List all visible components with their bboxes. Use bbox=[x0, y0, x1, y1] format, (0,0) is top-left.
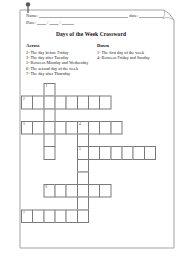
clue-item: 7- The day after Thursday bbox=[26, 71, 101, 76]
name-row: Name: date: bbox=[26, 13, 163, 18]
grid-cell[interactable] bbox=[99, 96, 112, 110]
clue-number: 5 bbox=[79, 147, 81, 151]
down-heading: Down bbox=[97, 43, 172, 48]
date-slash: / bbox=[60, 20, 61, 25]
crossword-grid: 1234567 bbox=[21, 83, 156, 223]
clue-number: 7 bbox=[23, 211, 25, 215]
inline-date-label: date: bbox=[129, 13, 138, 18]
grid-cell[interactable] bbox=[44, 109, 56, 123]
worksheet-page: Name: date: Date: / / Days of the Week C… bbox=[0, 0, 180, 256]
name-label: Name: bbox=[26, 13, 38, 18]
grid-cell[interactable]: 1 bbox=[44, 83, 56, 97]
clue-number: 6 bbox=[46, 185, 48, 189]
date-day-field[interactable] bbox=[37, 21, 46, 26]
date-month-field[interactable] bbox=[49, 21, 58, 26]
date-row: Date: / / bbox=[26, 20, 74, 25]
page-curl-icon bbox=[163, 10, 174, 20]
grid-cell[interactable] bbox=[111, 121, 123, 135]
grid-cell[interactable] bbox=[77, 197, 89, 211]
grid-cell[interactable] bbox=[44, 134, 56, 148]
grid-cell[interactable] bbox=[99, 184, 112, 198]
down-clues: 1- The first day of the week4- Between F… bbox=[97, 50, 172, 61]
grid-cell[interactable] bbox=[44, 146, 56, 160]
grid-cell[interactable] bbox=[77, 134, 89, 148]
page-title: Days of the Week Crossword bbox=[14, 31, 168, 37]
clue-number: 1 bbox=[46, 84, 48, 88]
across-clues: 2- The day before Friday3- The day after… bbox=[26, 50, 101, 76]
grid-cell[interactable] bbox=[77, 172, 89, 186]
name-field[interactable] bbox=[39, 14, 128, 19]
clue-number: 3 bbox=[23, 122, 25, 126]
grid-cell[interactable] bbox=[144, 146, 156, 160]
down-clues-section: Down 1- The first day of the week4- Betw… bbox=[97, 43, 172, 60]
date-slash: / bbox=[47, 20, 48, 25]
across-clues-section: Across 2- The day before Friday3- The da… bbox=[26, 43, 101, 76]
clue-number: 4 bbox=[79, 122, 81, 126]
grid-cell[interactable] bbox=[77, 210, 89, 224]
across-heading: Across bbox=[26, 43, 101, 48]
grid-cell[interactable] bbox=[77, 159, 89, 173]
date-label: Date: bbox=[26, 20, 36, 25]
clue-number: 2 bbox=[23, 97, 25, 101]
inline-date-field[interactable] bbox=[139, 14, 163, 19]
clue-item: 4- Between Friday and Sunday bbox=[97, 55, 172, 60]
date-year-field[interactable] bbox=[62, 21, 74, 26]
